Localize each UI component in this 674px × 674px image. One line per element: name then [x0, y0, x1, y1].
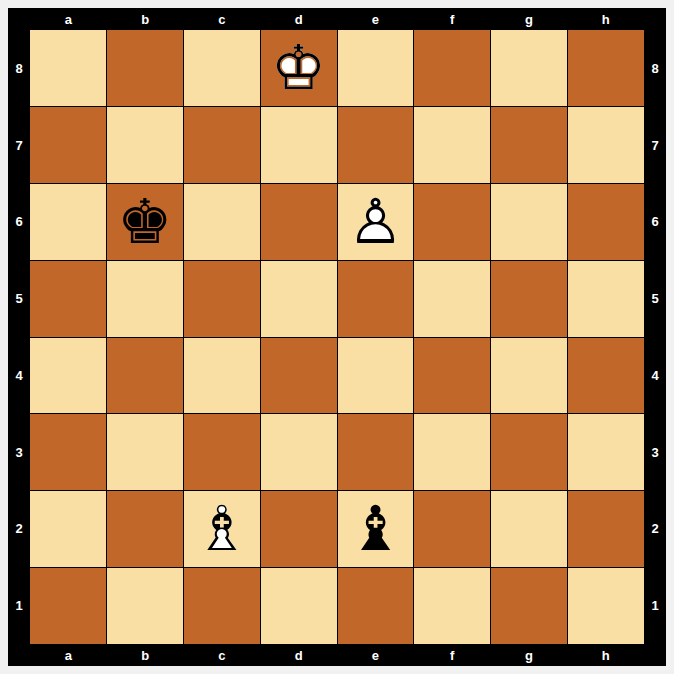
white-bishop-c2[interactable]: ♝♗ [184, 491, 260, 567]
square-h5[interactable] [568, 261, 644, 337]
square-f8[interactable] [414, 30, 490, 106]
rank-labels-right: 87654321 [644, 30, 666, 644]
square-b4[interactable] [107, 338, 183, 414]
file-label-h: h [567, 8, 644, 30]
square-e3[interactable] [338, 414, 414, 490]
square-f6[interactable] [414, 184, 490, 260]
bishop-glyph-fill: ♝ [348, 498, 404, 560]
square-f2[interactable] [414, 491, 490, 567]
file-label-g: g [491, 644, 568, 666]
file-label-a: a [30, 8, 107, 30]
square-g1[interactable] [491, 568, 567, 644]
rank-label-4: 4 [644, 337, 666, 414]
square-e5[interactable] [338, 261, 414, 337]
file-labels-top: abcdefgh [30, 8, 644, 30]
square-b5[interactable] [107, 261, 183, 337]
square-a7[interactable] [30, 107, 106, 183]
square-b7[interactable] [107, 107, 183, 183]
page-background: abcdefgh abcdefgh 87654321 87654321 ♚♔♚♟… [0, 0, 674, 674]
square-d5[interactable] [261, 261, 337, 337]
square-g8[interactable] [491, 30, 567, 106]
rank-label-1: 1 [644, 567, 666, 644]
square-d3[interactable] [261, 414, 337, 490]
rank-labels-left: 87654321 [8, 30, 30, 644]
square-a3[interactable] [30, 414, 106, 490]
square-c1[interactable] [184, 568, 260, 644]
square-g7[interactable] [491, 107, 567, 183]
chessboard[interactable]: ♚♔♚♟♙♝♗♝ [30, 30, 644, 644]
black-bishop-e2[interactable]: ♝ [338, 491, 414, 567]
square-a6[interactable] [30, 184, 106, 260]
square-c8[interactable] [184, 30, 260, 106]
file-labels-bottom: abcdefgh [30, 644, 644, 666]
square-g4[interactable] [491, 338, 567, 414]
square-h3[interactable] [568, 414, 644, 490]
rank-label-8: 8 [644, 30, 666, 107]
square-e1[interactable] [338, 568, 414, 644]
square-b3[interactable] [107, 414, 183, 490]
white-pawn-e6[interactable]: ♟♙ [338, 184, 414, 260]
square-b8[interactable] [107, 30, 183, 106]
square-h2[interactable] [568, 491, 644, 567]
rank-label-6: 6 [8, 184, 30, 261]
rank-label-7: 7 [644, 107, 666, 184]
square-e4[interactable] [338, 338, 414, 414]
file-label-c: c [184, 644, 261, 666]
square-c2[interactable]: ♝♗ [184, 491, 260, 567]
square-h7[interactable] [568, 107, 644, 183]
rank-label-3: 3 [8, 414, 30, 491]
square-h6[interactable] [568, 184, 644, 260]
white-king-d8[interactable]: ♚♔ [261, 30, 337, 106]
rank-label-2: 2 [644, 491, 666, 568]
file-label-g: g [491, 8, 568, 30]
square-a1[interactable] [30, 568, 106, 644]
rank-label-8: 8 [8, 30, 30, 107]
file-label-d: d [260, 8, 337, 30]
square-c4[interactable] [184, 338, 260, 414]
file-label-e: e [337, 644, 414, 666]
square-c7[interactable] [184, 107, 260, 183]
pawn-glyph-outline: ♙ [348, 191, 404, 253]
file-label-e: e [337, 8, 414, 30]
file-label-b: b [107, 644, 184, 666]
rank-label-5: 5 [644, 260, 666, 337]
square-e2[interactable]: ♝ [338, 491, 414, 567]
square-f5[interactable] [414, 261, 490, 337]
square-g5[interactable] [491, 261, 567, 337]
rank-label-6: 6 [644, 184, 666, 261]
rank-label-5: 5 [8, 260, 30, 337]
square-h4[interactable] [568, 338, 644, 414]
square-h8[interactable] [568, 30, 644, 106]
square-h1[interactable] [568, 568, 644, 644]
rank-label-2: 2 [8, 491, 30, 568]
square-c3[interactable] [184, 414, 260, 490]
square-f4[interactable] [414, 338, 490, 414]
square-f1[interactable] [414, 568, 490, 644]
square-f3[interactable] [414, 414, 490, 490]
rank-label-3: 3 [644, 414, 666, 491]
square-d4[interactable] [261, 338, 337, 414]
square-b2[interactable] [107, 491, 183, 567]
square-e8[interactable] [338, 30, 414, 106]
square-d1[interactable] [261, 568, 337, 644]
square-a2[interactable] [30, 491, 106, 567]
square-c6[interactable] [184, 184, 260, 260]
square-b1[interactable] [107, 568, 183, 644]
file-label-f: f [414, 644, 491, 666]
king-glyph-outline: ♔ [271, 37, 327, 99]
file-label-h: h [567, 644, 644, 666]
square-e6[interactable]: ♟♙ [338, 184, 414, 260]
file-label-f: f [414, 8, 491, 30]
square-c5[interactable] [184, 261, 260, 337]
square-g3[interactable] [491, 414, 567, 490]
rank-label-1: 1 [8, 567, 30, 644]
square-a4[interactable] [30, 338, 106, 414]
square-d7[interactable] [261, 107, 337, 183]
square-a5[interactable] [30, 261, 106, 337]
square-b6[interactable]: ♚ [107, 184, 183, 260]
square-d2[interactable] [261, 491, 337, 567]
square-g6[interactable] [491, 184, 567, 260]
bishop-glyph-outline: ♗ [194, 498, 250, 560]
square-e7[interactable] [338, 107, 414, 183]
file-label-d: d [260, 644, 337, 666]
rank-label-7: 7 [8, 107, 30, 184]
file-label-a: a [30, 644, 107, 666]
black-king-b6[interactable]: ♚ [107, 184, 183, 260]
king-glyph-fill: ♚ [117, 191, 173, 253]
square-d6[interactable] [261, 184, 337, 260]
rank-label-4: 4 [8, 337, 30, 414]
square-f7[interactable] [414, 107, 490, 183]
square-d8[interactable]: ♚♔ [261, 30, 337, 106]
file-label-c: c [184, 8, 261, 30]
chessboard-frame: abcdefgh abcdefgh 87654321 87654321 ♚♔♚♟… [8, 8, 666, 666]
square-a8[interactable] [30, 30, 106, 106]
square-g2[interactable] [491, 491, 567, 567]
file-label-b: b [107, 8, 184, 30]
